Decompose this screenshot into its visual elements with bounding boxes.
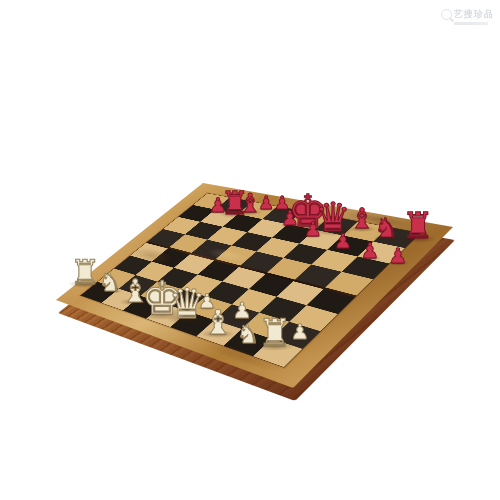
chess-piece-white-rook-h1: ♜ xyxy=(245,314,305,352)
piece-shadow xyxy=(68,280,102,288)
chess-piece-white-pawn-e2: ♟ xyxy=(177,291,237,311)
piece-shadow xyxy=(231,316,253,321)
chess-piece-white-king-d1: ♚ xyxy=(132,275,192,321)
piece-shadow xyxy=(273,207,291,211)
piece-shadow xyxy=(280,223,300,228)
watermark-subtext-bar xyxy=(454,22,488,25)
piece-shadow xyxy=(119,298,151,306)
chess-piece-white-bishop-c1: ♝ xyxy=(105,275,165,307)
piece-shadow xyxy=(201,330,235,338)
piece-shadow xyxy=(360,255,381,260)
chess-piece-red-king-d8: ♚ xyxy=(278,189,338,233)
piece-shadow xyxy=(166,314,208,324)
piece-shadow xyxy=(235,340,261,346)
piece-shadow xyxy=(208,210,228,215)
chess-piece-white-knight-g1: ♞ xyxy=(218,321,278,347)
piece-shadow xyxy=(388,260,409,265)
chess-piece-white-bishop-f1: ♝ xyxy=(188,305,248,339)
chess-piece-red-bishop-f7: ♝ xyxy=(332,205,392,233)
piece-shadow xyxy=(286,221,330,232)
piece-shadow xyxy=(256,341,294,350)
photo-canvas: ♟♟♟♝♜♟♚♝♛♟♞♜♟♟♟♜♞♝♟♚♛♟♝♟♞♜ 艺搜珍品 xyxy=(0,0,500,500)
chess-piece-white-pawn-f2: ♟ xyxy=(212,300,272,322)
watermark-text: 艺搜珍品 xyxy=(454,8,494,21)
piece-shadow xyxy=(237,209,263,215)
piece-shadow xyxy=(348,226,376,233)
pieces-layer: ♟♟♟♝♜♟♚♝♛♟♞♜♟♟♟♜♞♝♟♚♛♟♝♟♞♜ xyxy=(0,0,500,500)
piece-shadow xyxy=(139,308,185,319)
chess-piece-white-rook-a2: ♜ xyxy=(55,255,115,289)
piece-shadow xyxy=(219,210,251,218)
watermark-text-block: 艺搜珍品 xyxy=(454,8,494,25)
chess-piece-red-pawn-e6: ♟ xyxy=(283,219,343,239)
chess-piece-red-pawn-e7: ♟ xyxy=(252,194,312,212)
piece-shadow xyxy=(333,246,353,251)
piece-shadow xyxy=(400,235,436,244)
chess-piece-red-pawn-f6: ♟ xyxy=(313,231,373,251)
chess-piece-red-pawn-d7: ♟ xyxy=(236,194,296,212)
chess-piece-red-pawn-a7: ♟ xyxy=(188,195,248,215)
piece-shadow xyxy=(313,226,353,236)
chess-piece-red-bishop-c7: ♝ xyxy=(220,190,280,216)
piece-shadow xyxy=(303,234,323,239)
piece-shadow xyxy=(373,235,400,241)
chess-piece-red-pawn-h6: ♟ xyxy=(368,245,428,266)
chess-piece-red-rook-h7: ♜ xyxy=(388,208,448,244)
chess-piece-white-queen-e1: ♛ xyxy=(157,283,217,325)
piece-shadow xyxy=(97,288,123,294)
chess-piece-red-queen-e8: ♛ xyxy=(303,197,363,237)
watermark: 艺搜珍品 xyxy=(441,8,494,25)
piece-shadow xyxy=(257,207,275,211)
chess-piece-red-knight-g7: ♞ xyxy=(356,215,416,242)
chess-piece-red-pawn-g6: ♟ xyxy=(340,240,400,261)
chess-piece-white-knight-b1: ♞ xyxy=(80,269,140,295)
piece-shadow xyxy=(290,336,311,341)
piece-shadow xyxy=(197,306,217,311)
magnifier-icon xyxy=(441,9,452,20)
chess-piece-red-rook-b7: ♜ xyxy=(205,187,265,219)
chess-piece-red-pawn-d6: ♟ xyxy=(260,208,320,228)
chess-piece-white-pawn-h2: ♟ xyxy=(270,321,330,342)
